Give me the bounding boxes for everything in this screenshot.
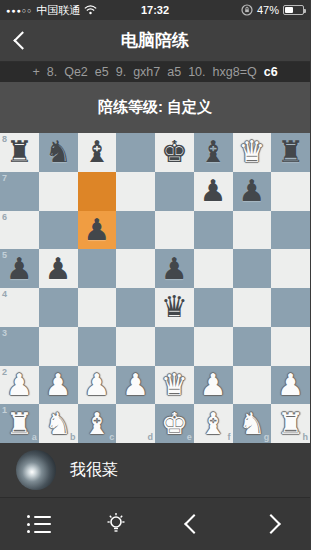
square-e1[interactable]: e♚ bbox=[155, 404, 194, 443]
square-c5[interactable] bbox=[78, 249, 117, 288]
rank-label: 1 bbox=[2, 405, 7, 415]
piece-black-rook: ♜ bbox=[6, 137, 33, 167]
piece-black-pawn: ♟ bbox=[6, 254, 33, 284]
rank-label: 5 bbox=[2, 250, 7, 260]
square-c8[interactable]: ♝ bbox=[78, 133, 117, 172]
battery-icon bbox=[283, 5, 304, 15]
move-token[interactable]: a5 bbox=[167, 65, 181, 79]
square-d8[interactable] bbox=[116, 133, 155, 172]
square-a3[interactable]: 3 bbox=[0, 327, 39, 366]
square-h6[interactable] bbox=[271, 211, 310, 250]
square-d4[interactable] bbox=[116, 288, 155, 327]
square-d7[interactable] bbox=[116, 172, 155, 211]
square-g2[interactable] bbox=[233, 366, 272, 405]
file-label: a bbox=[32, 432, 37, 442]
piece-white-pawn: ♟ bbox=[6, 370, 33, 400]
orientation-lock-icon bbox=[241, 4, 253, 16]
square-f5[interactable] bbox=[194, 249, 233, 288]
file-label: e bbox=[187, 432, 192, 442]
square-g7[interactable]: ♟ bbox=[233, 172, 272, 211]
square-e4[interactable]: ♛ bbox=[155, 288, 194, 327]
rank-label: 8 bbox=[2, 134, 7, 144]
piece-white-rook: ♜ bbox=[6, 409, 33, 439]
piece-white-queen: ♛ bbox=[238, 137, 265, 167]
square-d2[interactable]: ♟ bbox=[116, 366, 155, 405]
square-c6[interactable]: ♟ bbox=[78, 211, 117, 250]
move-token[interactable]: 9. bbox=[116, 65, 126, 79]
move-list-icon bbox=[27, 515, 51, 533]
rank-label: 6 bbox=[2, 212, 7, 222]
file-label: g bbox=[264, 432, 270, 442]
square-a6[interactable]: 6 bbox=[0, 211, 39, 250]
current-move-token[interactable]: c6 bbox=[264, 65, 278, 79]
square-h1[interactable]: h♜ bbox=[271, 404, 310, 443]
square-d5[interactable] bbox=[116, 249, 155, 288]
piece-white-pawn: ♟ bbox=[83, 370, 110, 400]
square-b8[interactable]: ♞ bbox=[39, 133, 78, 172]
move-token[interactable]: hxg8=Q bbox=[213, 65, 257, 79]
piece-white-queen: ♛ bbox=[161, 370, 188, 400]
piece-black-queen: ♛ bbox=[161, 292, 188, 322]
move-token[interactable]: 8. bbox=[47, 65, 57, 79]
piece-black-bishop: ♝ bbox=[83, 137, 110, 167]
square-b3[interactable] bbox=[39, 327, 78, 366]
square-h5[interactable] bbox=[271, 249, 310, 288]
bottom-toolbar bbox=[0, 497, 310, 550]
clock-time: 17:32 bbox=[141, 4, 169, 16]
square-e7[interactable] bbox=[155, 172, 194, 211]
square-b5[interactable]: ♟ bbox=[39, 249, 78, 288]
square-a1[interactable]: 1a♜ bbox=[0, 404, 39, 443]
square-a2[interactable]: 2♟ bbox=[0, 366, 39, 405]
piece-white-pawn: ♟ bbox=[200, 370, 227, 400]
chess-board: 8♜♞♝♚♝♛♜7♟♟6♟5♟♟♟4♛32♟♟♟♟♛♟♟1a♜b♞c♝de♚f♝… bbox=[0, 133, 310, 443]
square-f6[interactable] bbox=[194, 211, 233, 250]
piece-white-king: ♚ bbox=[161, 409, 188, 439]
square-b1[interactable]: b♞ bbox=[39, 404, 78, 443]
piece-black-pawn: ♟ bbox=[238, 176, 265, 206]
file-label: c bbox=[109, 432, 114, 442]
file-label: h bbox=[303, 432, 309, 442]
battery-percent-label: 47% bbox=[257, 4, 279, 16]
file-label: b bbox=[70, 432, 76, 442]
square-a4[interactable]: 4 bbox=[0, 288, 39, 327]
square-h2[interactable]: ♟ bbox=[271, 366, 310, 405]
training-level-bar[interactable]: 陪练等级: 自定义 bbox=[0, 82, 310, 133]
piece-white-bishop: ♝ bbox=[200, 409, 227, 439]
piece-white-rook: ♜ bbox=[277, 409, 304, 439]
move-token[interactable]: 10. bbox=[188, 65, 205, 79]
square-g5[interactable] bbox=[233, 249, 272, 288]
rank-label: 2 bbox=[2, 367, 7, 377]
piece-white-pawn: ♟ bbox=[45, 370, 72, 400]
hint-button[interactable] bbox=[78, 498, 156, 550]
square-h8[interactable]: ♜ bbox=[271, 133, 310, 172]
square-g4[interactable] bbox=[233, 288, 272, 327]
square-f3[interactable] bbox=[194, 327, 233, 366]
square-e5[interactable]: ♟ bbox=[155, 249, 194, 288]
square-f7[interactable]: ♟ bbox=[194, 172, 233, 211]
square-h7[interactable] bbox=[271, 172, 310, 211]
next-move-icon bbox=[261, 514, 281, 534]
piece-black-king: ♚ bbox=[161, 137, 188, 167]
file-label: d bbox=[148, 432, 154, 442]
rank-label: 4 bbox=[2, 289, 7, 299]
square-a7[interactable]: 7 bbox=[0, 172, 39, 211]
square-c3[interactable] bbox=[78, 327, 117, 366]
piece-white-pawn: ♟ bbox=[277, 370, 304, 400]
square-d3[interactable] bbox=[116, 327, 155, 366]
signal-strength-icon: ●●●○○ bbox=[6, 7, 32, 14]
training-level-label: 陪练等级: 自定义 bbox=[98, 98, 212, 117]
square-f1[interactable]: f♝ bbox=[194, 404, 233, 443]
square-f8[interactable]: ♝ bbox=[194, 133, 233, 172]
player-row: 我很菜 bbox=[0, 443, 310, 497]
move-list-strip[interactable]: +8.Qe2e59.gxh7a510.hxg8=Qc6 bbox=[0, 62, 310, 82]
piece-white-knight: ♞ bbox=[45, 409, 72, 439]
file-label: f bbox=[228, 432, 231, 442]
rank-label: 3 bbox=[2, 328, 7, 338]
piece-black-bishop: ♝ bbox=[200, 137, 227, 167]
square-e8[interactable]: ♚ bbox=[155, 133, 194, 172]
prev-move-icon bbox=[184, 514, 204, 534]
piece-black-pawn: ♟ bbox=[200, 176, 227, 206]
square-c1[interactable]: c♝ bbox=[78, 404, 117, 443]
piece-white-pawn: ♟ bbox=[122, 370, 149, 400]
square-c7[interactable] bbox=[78, 172, 117, 211]
square-f4[interactable] bbox=[194, 288, 233, 327]
square-b6[interactable] bbox=[39, 211, 78, 250]
square-e3[interactable] bbox=[155, 327, 194, 366]
piece-white-bishop: ♝ bbox=[83, 409, 110, 439]
square-e6[interactable] bbox=[155, 211, 194, 250]
back-chevron-icon bbox=[13, 31, 31, 49]
square-c2[interactable]: ♟ bbox=[78, 366, 117, 405]
square-a8[interactable]: 8♜ bbox=[0, 133, 39, 172]
rank-label: 7 bbox=[2, 173, 7, 183]
square-h4[interactable] bbox=[271, 288, 310, 327]
piece-black-rook: ♜ bbox=[277, 137, 304, 167]
square-g1[interactable]: g♞ bbox=[233, 404, 272, 443]
square-a5[interactable]: 5♟ bbox=[0, 249, 39, 288]
square-b4[interactable] bbox=[39, 288, 78, 327]
move-token[interactable]: Qe2 bbox=[64, 65, 88, 79]
square-f2[interactable]: ♟ bbox=[194, 366, 233, 405]
player-name: 我很菜 bbox=[70, 460, 118, 481]
carrier-label: 中国联通 bbox=[36, 3, 80, 18]
previous-move-button[interactable] bbox=[155, 498, 233, 550]
piece-black-pawn: ♟ bbox=[45, 254, 72, 284]
square-g8[interactable]: ♛ bbox=[233, 133, 272, 172]
piece-white-knight: ♞ bbox=[238, 409, 265, 439]
wifi-icon bbox=[84, 5, 97, 15]
page-title: 电脑陪练 bbox=[0, 29, 310, 52]
square-h3[interactable] bbox=[271, 327, 310, 366]
square-g6[interactable] bbox=[233, 211, 272, 250]
square-d1[interactable]: d bbox=[116, 404, 155, 443]
hint-lightbulb-icon bbox=[103, 511, 129, 537]
player-avatar[interactable] bbox=[16, 450, 56, 490]
move-list-button[interactable] bbox=[0, 498, 78, 550]
square-c4[interactable] bbox=[78, 288, 117, 327]
status-bar: ●●●○○ 中国联通 17:32 47% bbox=[0, 0, 310, 20]
square-d6[interactable] bbox=[116, 211, 155, 250]
square-e2[interactable]: ♛ bbox=[155, 366, 194, 405]
square-g3[interactable] bbox=[233, 327, 272, 366]
back-button[interactable] bbox=[0, 20, 44, 62]
piece-black-pawn: ♟ bbox=[83, 215, 110, 245]
move-token[interactable]: + bbox=[32, 65, 39, 79]
square-b7[interactable] bbox=[39, 172, 78, 211]
move-token[interactable]: e5 bbox=[95, 65, 109, 79]
piece-black-knight: ♞ bbox=[45, 137, 72, 167]
battery-fill bbox=[285, 7, 293, 13]
square-b2[interactable]: ♟ bbox=[39, 366, 78, 405]
move-token[interactable]: gxh7 bbox=[133, 65, 160, 79]
piece-black-pawn: ♟ bbox=[161, 254, 188, 284]
next-move-button[interactable] bbox=[233, 498, 311, 550]
navigation-bar: 电脑陪练 bbox=[0, 20, 310, 62]
